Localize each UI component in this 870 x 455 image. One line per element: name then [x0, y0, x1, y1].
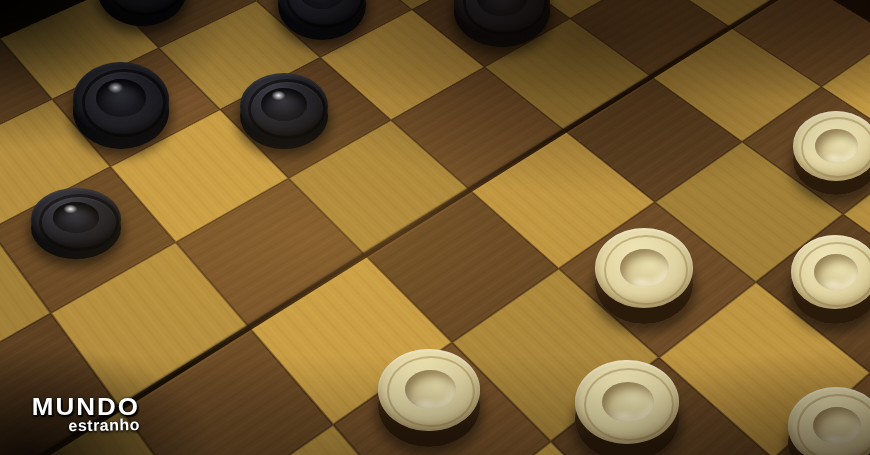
dark-piece[interactable]	[31, 188, 121, 259]
pieces-layer	[0, 0, 870, 455]
light-piece[interactable]	[595, 228, 693, 324]
dark-piece[interactable]	[454, 0, 550, 47]
light-piece[interactable]	[791, 235, 870, 324]
dark-piece[interactable]	[98, 0, 186, 26]
brand-logo: MUNDO estranho	[26, 394, 140, 434]
board-photo-scene: MUNDO estranho	[0, 0, 870, 455]
dark-piece[interactable]	[278, 0, 366, 40]
piece-highlight	[411, 395, 442, 413]
piece-highlight	[821, 150, 847, 165]
light-piece[interactable]	[575, 360, 679, 455]
dark-piece[interactable]	[240, 73, 328, 149]
piece-highlight	[105, 80, 126, 95]
piece-highlight	[626, 273, 655, 291]
dark-piece[interactable]	[73, 62, 169, 149]
brand-logo-estranho: estranho	[26, 417, 140, 435]
brand-logo-mundo: MUNDO	[26, 394, 140, 419]
piece-highlight	[819, 431, 848, 448]
piece-highlight	[819, 276, 845, 292]
light-piece[interactable]	[788, 387, 870, 455]
light-piece[interactable]	[378, 349, 480, 447]
light-piece[interactable]	[793, 111, 870, 195]
